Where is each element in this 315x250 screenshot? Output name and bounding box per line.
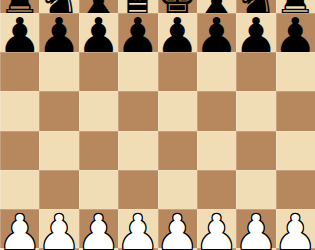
square-b4[interactable] [39, 131, 78, 170]
square-a4[interactable] [0, 131, 39, 170]
piece-black-pawn[interactable]: ♟ [0, 11, 41, 59]
chess-board-viewport: ♜♞♝♛♚♝♞♜♟♟♟♟♟♟♟♟♟♟♟♟♟♟♟♟♜♞♝♛♚♝♞♜ [0, 0, 315, 250]
square-f4[interactable] [197, 131, 236, 170]
square-b5[interactable] [39, 91, 78, 130]
square-h7[interactable]: ♟ [276, 13, 315, 52]
square-e7[interactable]: ♟ [158, 13, 197, 52]
square-h5[interactable] [276, 91, 315, 130]
square-a7[interactable]: ♟ [0, 13, 39, 52]
piece-black-pawn[interactable]: ♟ [156, 11, 199, 59]
square-c7[interactable]: ♟ [79, 13, 118, 52]
chess-board: ♜♞♝♛♚♝♞♜♟♟♟♟♟♟♟♟♟♟♟♟♟♟♟♟♜♞♝♛♚♝♞♜ [0, 0, 315, 250]
piece-black-pawn[interactable]: ♟ [195, 11, 238, 59]
square-d7[interactable]: ♟ [118, 13, 157, 52]
square-b7[interactable]: ♟ [39, 13, 78, 52]
piece-black-pawn[interactable]: ♟ [116, 11, 159, 59]
square-g5[interactable] [236, 91, 275, 130]
square-h4[interactable] [276, 131, 315, 170]
square-f5[interactable] [197, 91, 236, 130]
piece-black-pawn[interactable]: ♟ [38, 11, 81, 59]
square-d4[interactable] [118, 131, 157, 170]
square-c4[interactable] [79, 131, 118, 170]
square-e4[interactable] [158, 131, 197, 170]
square-g4[interactable] [236, 131, 275, 170]
square-f7[interactable]: ♟ [197, 13, 236, 52]
piece-black-pawn[interactable]: ♟ [234, 11, 277, 59]
square-g7[interactable]: ♟ [236, 13, 275, 52]
square-c5[interactable] [79, 91, 118, 130]
piece-black-pawn[interactable]: ♟ [77, 11, 120, 59]
square-d5[interactable] [118, 91, 157, 130]
square-e5[interactable] [158, 91, 197, 130]
piece-black-pawn[interactable]: ♟ [274, 11, 315, 59]
square-a5[interactable] [0, 91, 39, 130]
